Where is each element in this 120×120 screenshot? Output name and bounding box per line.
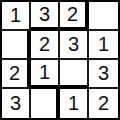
cell-digit: 1: [10, 5, 21, 25]
cell-r4c3[interactable]: 1: [60, 89, 89, 118]
cell-digit: 3: [98, 63, 109, 83]
cell-r3c4[interactable]: 3: [89, 60, 118, 89]
cell-r2c2[interactable]: 2: [31, 31, 60, 60]
cell-r1c1[interactable]: 1: [2, 2, 31, 31]
puzzle-board: 132231213312: [0, 0, 120, 120]
cell-digit: 1: [98, 34, 109, 54]
cell-digit: 1: [68, 93, 79, 113]
cell-digit: 2: [98, 93, 109, 113]
cell-r3c3[interactable]: [60, 60, 89, 89]
cell-r2c1[interactable]: [2, 31, 31, 60]
cell-r4c2[interactable]: [31, 89, 60, 118]
cell-digit: 3: [68, 34, 79, 54]
cell-r3c1[interactable]: 2: [2, 60, 31, 89]
cell-digit: 2: [9, 63, 20, 83]
cell-r2c3[interactable]: 3: [60, 31, 89, 60]
cell-digit: 2: [39, 34, 50, 54]
cell-r4c4[interactable]: 2: [89, 89, 118, 118]
cell-digit: 3: [10, 93, 21, 113]
cell-r3c2[interactable]: 1: [31, 60, 60, 89]
cell-r1c4[interactable]: [89, 2, 118, 31]
cell-digit: 1: [39, 62, 50, 82]
cell-digit: 3: [39, 4, 50, 24]
cell-r4c1[interactable]: 3: [2, 89, 31, 118]
cell-r1c3[interactable]: 2: [60, 2, 89, 31]
cell-digit: 2: [67, 4, 78, 24]
cell-r1c2[interactable]: 3: [31, 2, 60, 31]
cell-r2c4[interactable]: 1: [89, 31, 118, 60]
